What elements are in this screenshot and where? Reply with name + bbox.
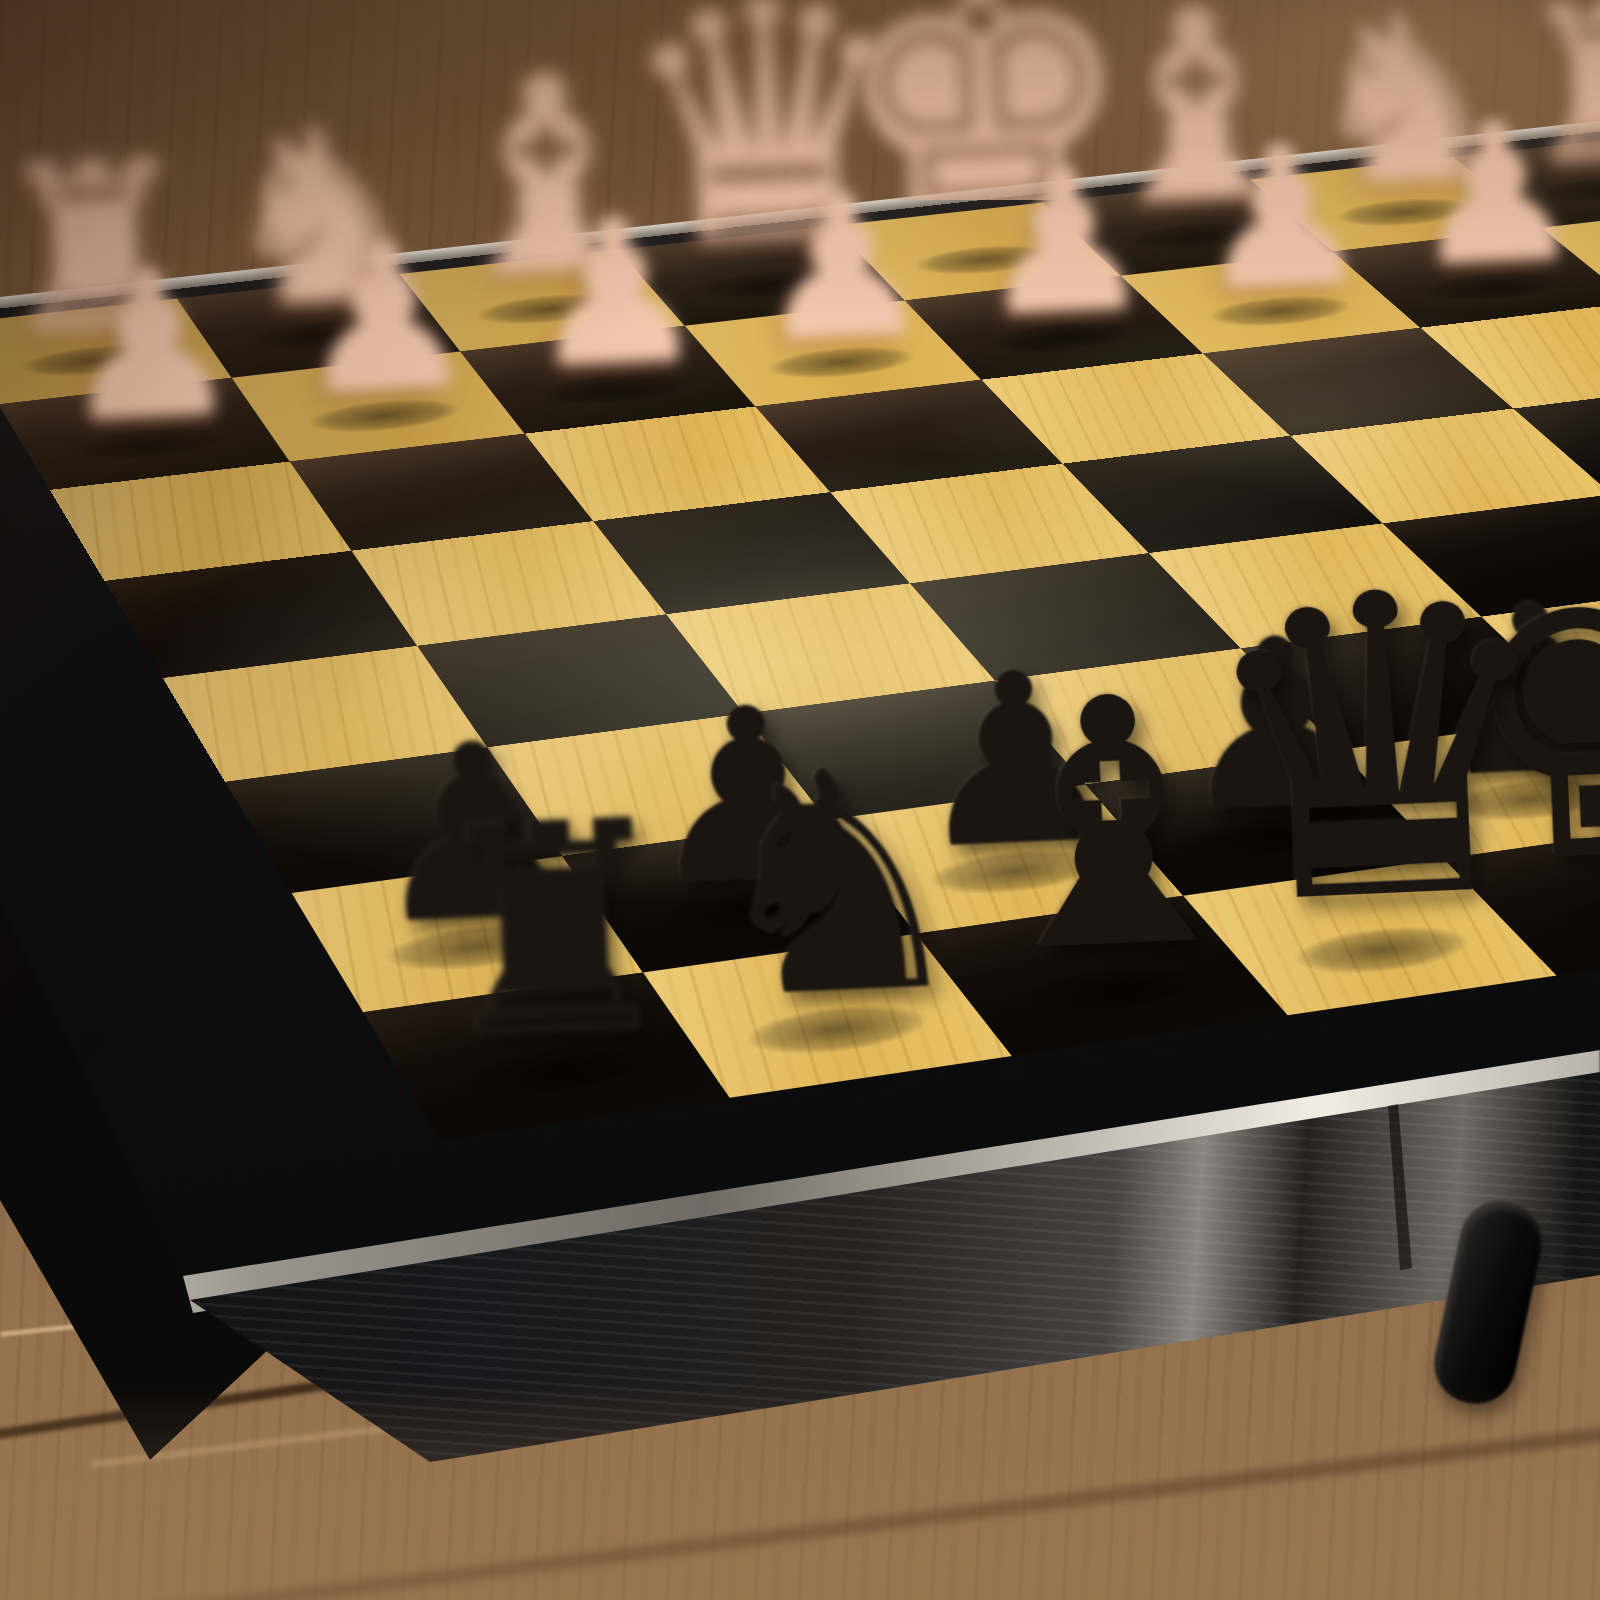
pink-pawn: ♟ (0, 232, 427, 460)
chess-board: ♜♞♝♛♚♝♞♜♟♟♟♟♟♟♟♟♟♟♟♟♟♟♟♟♜♞♝♛♚♝♞♜ (0, 122, 1600, 1295)
scene-perspective: ♜♞♝♛♚♝♞♜♟♟♟♟♟♟♟♟♟♟♟♟♟♟♟♟♜♞♝♛♚♝♞♜ (0, 0, 1600, 1600)
board-squares: ♜♞♝♛♚♝♞♜♟♟♟♟♟♟♟♟♟♟♟♟♟♟♟♟♜♞♝♛♚♝♞♜ (0, 135, 1600, 1141)
black-rook: ♜ (213, 772, 896, 1092)
square-r7c0: ♜ (363, 973, 729, 1141)
